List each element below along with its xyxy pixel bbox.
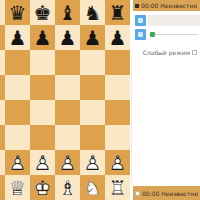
piece-black-pawn: ♟ <box>80 25 105 50</box>
button-2-icon <box>138 32 143 37</box>
square-e8[interactable]: ♚ <box>30 0 55 25</box>
square-h3[interactable] <box>105 125 130 150</box>
piece-black-pawn: ♟ <box>105 25 130 50</box>
square-d8[interactable]: ♛ <box>5 0 30 25</box>
piece-white-pawn: ♟♙ <box>55 150 80 175</box>
mode-row: Слабый режим <box>143 48 197 56</box>
square-d1[interactable]: ♛♕ <box>5 175 30 200</box>
piece-white-king: ♚♔ <box>30 175 55 200</box>
chess-app-window: ♜♞♝♛♚♝♞♜♟♟♟♟♟♟♟♟♟♙♟♙♟♙♟♙♟♙♟♙♟♙♟♙♜♖♞♘♝♗♛♕… <box>0 0 200 200</box>
square-f3[interactable] <box>55 125 80 150</box>
piece-white-bishop: ♝♗ <box>55 175 80 200</box>
piece-black-pawn: ♟ <box>5 25 30 50</box>
square-h7[interactable]: ♟ <box>105 25 130 50</box>
difficulty-slider-handle[interactable] <box>150 32 155 37</box>
mode-label: Слабый режим <box>143 49 190 56</box>
white-player-name: Неизвестно <box>161 190 198 197</box>
piece-black-bishop: ♝ <box>55 0 80 25</box>
piece-black-pawn: ♟ <box>55 25 80 50</box>
move-list-empty <box>131 56 200 186</box>
control-row-1 <box>135 15 200 26</box>
side-panel: 00:00 Неизвестно Слабый режим 00:00 Неиз… <box>130 0 200 200</box>
piece-black-queen: ♛ <box>5 0 30 25</box>
piece-white-queen: ♛♕ <box>5 175 30 200</box>
square-h5[interactable] <box>105 75 130 100</box>
chess-board[interactable]: ♜♞♝♛♚♝♞♜♟♟♟♟♟♟♟♟♟♙♟♙♟♙♟♙♟♙♟♙♟♙♟♙♜♖♞♘♝♗♛♕… <box>0 0 130 200</box>
square-g1[interactable]: ♞♘ <box>80 175 105 200</box>
piece-white-knight: ♞♘ <box>80 175 105 200</box>
piece-black-knight: ♞ <box>80 0 105 25</box>
piece-white-pawn: ♟♙ <box>30 150 55 175</box>
square-d4[interactable] <box>5 100 30 125</box>
square-g6[interactable] <box>80 50 105 75</box>
difficulty-slider-track[interactable] <box>149 34 198 35</box>
square-d7[interactable]: ♟ <box>5 25 30 50</box>
square-d3[interactable] <box>5 125 30 150</box>
square-e6[interactable] <box>30 50 55 75</box>
square-e1[interactable]: ♚♔ <box>30 175 55 200</box>
blue-square-button-2[interactable] <box>135 29 146 40</box>
piece-white-pawn: ♟♙ <box>105 150 130 175</box>
square-g3[interactable] <box>80 125 105 150</box>
blue-square-button-1[interactable] <box>135 15 146 26</box>
black-player-name: Неизвестно <box>160 2 197 9</box>
progress-bar-empty <box>148 15 200 26</box>
square-h8[interactable]: ♜ <box>105 0 130 25</box>
control-row-2 <box>135 29 200 40</box>
piece-white-rook: ♜♖ <box>105 175 130 200</box>
white-player-indicator-icon <box>135 191 140 196</box>
square-d2[interactable]: ♟♙ <box>5 150 30 175</box>
square-e7[interactable]: ♟ <box>30 25 55 50</box>
square-g7[interactable]: ♟ <box>80 25 105 50</box>
square-f5[interactable] <box>55 75 80 100</box>
board-viewport: ♜♞♝♛♚♝♞♜♟♟♟♟♟♟♟♟♟♙♟♙♟♙♟♙♟♙♟♙♟♙♟♙♜♖♞♘♝♗♛♕… <box>0 0 130 200</box>
square-g5[interactable] <box>80 75 105 100</box>
square-h6[interactable] <box>105 50 130 75</box>
mode-checkbox[interactable] <box>192 50 197 55</box>
piece-black-pawn: ♟ <box>30 25 55 50</box>
square-g2[interactable]: ♟♙ <box>80 150 105 175</box>
square-f4[interactable] <box>55 100 80 125</box>
square-e3[interactable] <box>30 125 55 150</box>
piece-white-pawn: ♟♙ <box>80 150 105 175</box>
square-f2[interactable]: ♟♙ <box>55 150 80 175</box>
square-h4[interactable] <box>105 100 130 125</box>
square-f7[interactable]: ♟ <box>55 25 80 50</box>
square-g8[interactable]: ♞ <box>80 0 105 25</box>
black-player-indicator-icon <box>135 4 139 8</box>
square-e2[interactable]: ♟♙ <box>30 150 55 175</box>
square-h2[interactable]: ♟♙ <box>105 150 130 175</box>
square-d5[interactable] <box>5 75 30 100</box>
piece-black-rook: ♜ <box>105 0 130 25</box>
black-player-clock: 00:00 <box>141 2 158 9</box>
square-e5[interactable] <box>30 75 55 100</box>
black-player-bar: 00:00 Неизвестно <box>133 0 200 11</box>
square-f1[interactable]: ♝♗ <box>55 175 80 200</box>
button-1-icon <box>138 18 143 23</box>
square-e4[interactable] <box>30 100 55 125</box>
square-f8[interactable]: ♝ <box>55 0 80 25</box>
square-h1[interactable]: ♜♖ <box>105 175 130 200</box>
square-d6[interactable] <box>5 50 30 75</box>
piece-black-king: ♚ <box>30 0 55 25</box>
square-g4[interactable] <box>80 100 105 125</box>
square-f6[interactable] <box>55 50 80 75</box>
white-player-clock: 00:00 <box>142 190 159 197</box>
piece-white-pawn: ♟♙ <box>5 150 30 175</box>
white-player-bar: 00:00 Неизвестно <box>133 186 200 200</box>
